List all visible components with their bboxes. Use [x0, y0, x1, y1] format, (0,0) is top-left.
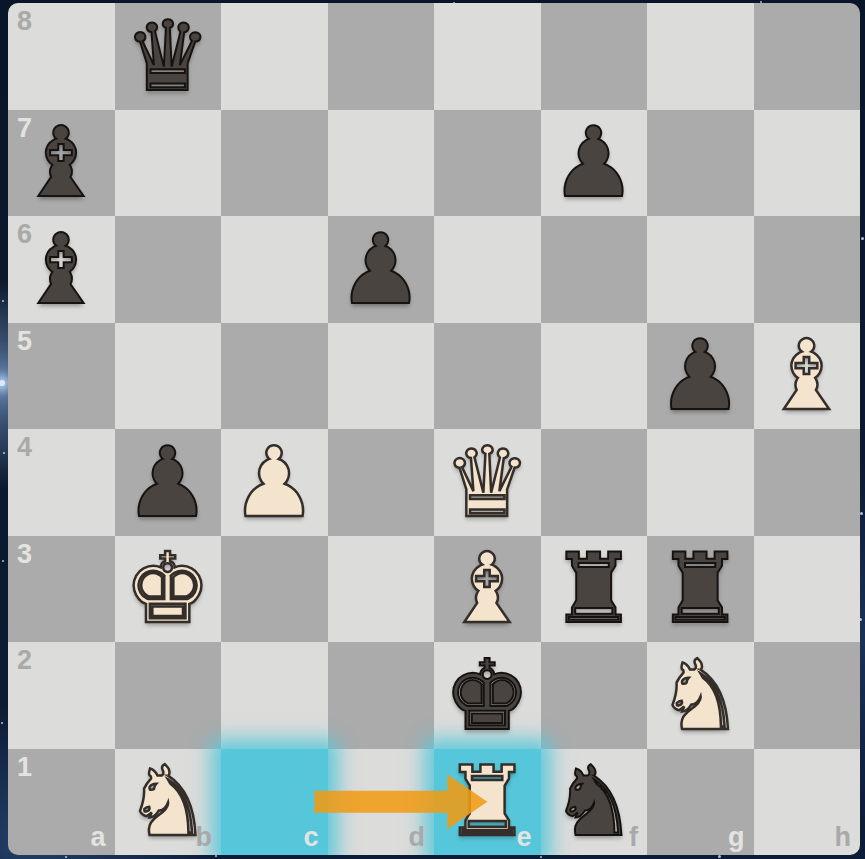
square-e6[interactable] — [434, 216, 541, 323]
square-c1[interactable]: c — [221, 749, 328, 856]
square-h8[interactable] — [754, 3, 861, 110]
square-d3[interactable] — [328, 536, 435, 643]
square-f2[interactable] — [541, 642, 648, 749]
square-g6[interactable] — [647, 216, 754, 323]
square-a3[interactable]: 3 — [8, 536, 115, 643]
square-a2[interactable]: 2 — [8, 642, 115, 749]
square-b8[interactable]: ♛ — [115, 3, 222, 110]
star — [2, 300, 4, 302]
square-d8[interactable] — [328, 3, 435, 110]
square-f1[interactable]: f♞ — [541, 749, 648, 856]
white-bishop[interactable]: ♝ — [754, 323, 861, 430]
square-c7[interactable] — [221, 110, 328, 217]
square-e2[interactable]: ♚ — [434, 642, 541, 749]
square-h6[interactable] — [754, 216, 861, 323]
square-a4[interactable]: 4 — [8, 429, 115, 536]
square-c6[interactable] — [221, 216, 328, 323]
star — [540, 856, 542, 858]
black-king[interactable]: ♚ — [434, 642, 541, 749]
square-b6[interactable] — [115, 216, 222, 323]
black-bishop[interactable]: ♝ — [8, 216, 115, 323]
coord-file-c: c — [303, 824, 318, 851]
black-pawn[interactable]: ♟ — [541, 110, 648, 217]
black-pawn[interactable]: ♟ — [115, 429, 222, 536]
square-b7[interactable] — [115, 110, 222, 217]
white-knight[interactable]: ♞ — [115, 749, 222, 856]
bright-star — [0, 380, 5, 386]
square-f8[interactable] — [541, 3, 648, 110]
square-d1[interactable]: d — [328, 749, 435, 856]
square-c2[interactable] — [221, 642, 328, 749]
white-rook[interactable]: ♜ — [434, 749, 541, 856]
coord-rank-5: 5 — [17, 328, 32, 355]
square-e5[interactable] — [434, 323, 541, 430]
white-queen[interactable]: ♛ — [434, 429, 541, 536]
square-f7[interactable]: ♟ — [541, 110, 648, 217]
black-bishop[interactable]: ♝ — [8, 110, 115, 217]
square-f6[interactable] — [541, 216, 648, 323]
square-c3[interactable] — [221, 536, 328, 643]
black-queen[interactable]: ♛ — [115, 3, 222, 110]
square-h1[interactable]: h — [754, 749, 861, 856]
star — [718, 855, 721, 858]
square-a1[interactable]: 1a — [8, 749, 115, 856]
square-f3[interactable]: ♜ — [541, 536, 648, 643]
star — [65, 856, 67, 858]
square-g4[interactable] — [647, 429, 754, 536]
square-a5[interactable]: 5 — [8, 323, 115, 430]
white-pawn[interactable]: ♟ — [221, 429, 328, 536]
square-e4[interactable]: ♛ — [434, 429, 541, 536]
black-knight[interactable]: ♞ — [541, 749, 648, 856]
coord-file-a: a — [90, 824, 105, 851]
square-a7[interactable]: 7♝ — [8, 110, 115, 217]
square-d5[interactable] — [328, 323, 435, 430]
square-b2[interactable] — [115, 642, 222, 749]
star — [860, 512, 863, 515]
white-knight[interactable]: ♞ — [647, 642, 754, 749]
star — [3, 452, 5, 454]
square-h4[interactable] — [754, 429, 861, 536]
square-f4[interactable] — [541, 429, 648, 536]
square-g3[interactable]: ♜ — [647, 536, 754, 643]
square-g7[interactable] — [647, 110, 754, 217]
square-f5[interactable] — [541, 323, 648, 430]
square-b3[interactable]: ♚ — [115, 536, 222, 643]
black-pawn[interactable]: ♟ — [647, 323, 754, 430]
square-g1[interactable]: g — [647, 749, 754, 856]
square-b4[interactable]: ♟ — [115, 429, 222, 536]
coord-file-d: d — [409, 824, 426, 851]
square-b1[interactable]: b♞ — [115, 749, 222, 856]
square-h2[interactable] — [754, 642, 861, 749]
white-bishop[interactable]: ♝ — [434, 536, 541, 643]
square-g8[interactable] — [647, 3, 754, 110]
square-c4[interactable]: ♟ — [221, 429, 328, 536]
black-pawn[interactable]: ♟ — [328, 216, 435, 323]
coord-file-h: h — [835, 824, 852, 851]
star — [1, 722, 3, 724]
square-a6[interactable]: 6♝ — [8, 216, 115, 323]
coord-rank-3: 3 — [17, 541, 32, 568]
coord-file-g: g — [728, 824, 745, 851]
coord-rank-8: 8 — [17, 8, 32, 35]
white-king[interactable]: ♚ — [115, 536, 222, 643]
square-d2[interactable] — [328, 642, 435, 749]
square-d6[interactable]: ♟ — [328, 216, 435, 323]
coord-rank-2: 2 — [17, 647, 32, 674]
app-background: { "game": "chess", "position": { "fen": … — [0, 0, 865, 859]
square-e3[interactable]: ♝ — [434, 536, 541, 643]
square-g5[interactable]: ♟ — [647, 323, 754, 430]
coord-rank-1: 1 — [17, 754, 32, 781]
square-h3[interactable] — [754, 536, 861, 643]
square-e7[interactable] — [434, 110, 541, 217]
square-e8[interactable] — [434, 3, 541, 110]
square-d4[interactable] — [328, 429, 435, 536]
star — [861, 237, 864, 240]
square-c8[interactable] — [221, 3, 328, 110]
chess-board: 8♛7♝♟6♝♟5♟♝4♟♟♛3♚♝♜♜2♚♞1ab♞cde♜f♞gh — [8, 3, 860, 855]
square-h7[interactable] — [754, 110, 861, 217]
square-g2[interactable]: ♞ — [647, 642, 754, 749]
square-h5[interactable]: ♝ — [754, 323, 861, 430]
black-rook[interactable]: ♜ — [647, 536, 754, 643]
square-b5[interactable] — [115, 323, 222, 430]
square-c5[interactable] — [221, 323, 328, 430]
star — [215, 855, 217, 857]
black-rook[interactable]: ♜ — [541, 536, 648, 643]
square-a8[interactable]: 8 — [8, 3, 115, 110]
square-e1[interactable]: e♜ — [434, 749, 541, 856]
star — [2, 560, 4, 562]
coord-rank-4: 4 — [17, 434, 32, 461]
square-d7[interactable] — [328, 110, 435, 217]
